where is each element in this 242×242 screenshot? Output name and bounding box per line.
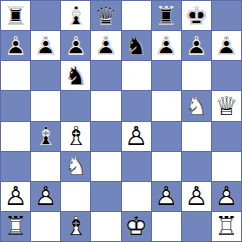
square-h1[interactable]: ♜♖ bbox=[212, 212, 241, 241]
rook-glyph-outline: ♖ bbox=[212, 212, 241, 241]
pawn-glyph-outline: ♙ bbox=[122, 122, 151, 151]
piece-white-knight[interactable]: ♞♘ bbox=[182, 91, 211, 120]
square-b3[interactable] bbox=[31, 152, 60, 181]
square-a6[interactable] bbox=[1, 61, 30, 90]
square-b5[interactable] bbox=[31, 91, 60, 120]
piece-black-bishop[interactable]: ♝♗ bbox=[61, 1, 90, 30]
piece-black-pawn[interactable]: ♟♙ bbox=[152, 31, 181, 60]
square-g5[interactable]: ♞♘ bbox=[182, 91, 211, 120]
pawn-glyph-outline: ♙ bbox=[31, 31, 60, 60]
square-h5[interactable]: ♛♕ bbox=[212, 91, 241, 120]
square-h4[interactable] bbox=[212, 122, 241, 151]
square-e6[interactable] bbox=[122, 61, 151, 90]
square-g3[interactable] bbox=[182, 152, 211, 181]
pawn-glyph-outline: ♙ bbox=[91, 31, 120, 60]
pawn-glyph-outline: ♙ bbox=[182, 182, 211, 211]
square-d4[interactable] bbox=[91, 122, 120, 151]
square-e1[interactable]: ♚♔ bbox=[122, 212, 151, 241]
knight-glyph-outline: ♘ bbox=[61, 152, 90, 181]
square-f2[interactable]: ♟♙ bbox=[152, 182, 181, 211]
piece-black-king[interactable]: ♚♔ bbox=[182, 1, 211, 30]
square-d5[interactable] bbox=[91, 91, 120, 120]
pawn-glyph-outline: ♙ bbox=[182, 31, 211, 60]
square-c5[interactable] bbox=[61, 91, 90, 120]
piece-white-pawn[interactable]: ♟♙ bbox=[182, 182, 211, 211]
square-h3[interactable] bbox=[212, 152, 241, 181]
square-c4[interactable]: ♝♗ bbox=[61, 122, 90, 151]
square-a8[interactable]: ♜♖ bbox=[1, 1, 30, 30]
square-d8[interactable]: ♛♕ bbox=[91, 1, 120, 30]
piece-black-pawn[interactable]: ♟♙ bbox=[1, 31, 30, 60]
square-d3[interactable] bbox=[91, 152, 120, 181]
square-h7[interactable]: ♟♙ bbox=[212, 31, 241, 60]
piece-black-rook[interactable]: ♜♖ bbox=[152, 1, 181, 30]
piece-black-pawn[interactable]: ♟♙ bbox=[182, 31, 211, 60]
square-a4[interactable] bbox=[1, 122, 30, 151]
queen-glyph-outline: ♕ bbox=[212, 91, 241, 120]
piece-white-pawn[interactable]: ♟♙ bbox=[122, 122, 151, 151]
piece-white-bishop[interactable]: ♝♗ bbox=[61, 212, 90, 241]
square-f7[interactable]: ♟♙ bbox=[152, 31, 181, 60]
square-d7[interactable]: ♟♙ bbox=[91, 31, 120, 60]
pawn-glyph-outline: ♙ bbox=[31, 182, 60, 211]
square-c7[interactable]: ♟♙ bbox=[61, 31, 90, 60]
piece-black-pawn[interactable]: ♟♙ bbox=[212, 31, 241, 60]
square-g1[interactable] bbox=[182, 212, 211, 241]
square-c1[interactable]: ♝♗ bbox=[61, 212, 90, 241]
square-f1[interactable] bbox=[152, 212, 181, 241]
pawn-glyph-outline: ♙ bbox=[212, 182, 241, 211]
square-e3[interactable] bbox=[122, 152, 151, 181]
piece-white-bishop[interactable]: ♝♗ bbox=[61, 122, 90, 151]
king-glyph-outline: ♔ bbox=[122, 212, 151, 241]
pawn-glyph-outline: ♙ bbox=[152, 182, 181, 211]
knight-glyph-outline: ♘ bbox=[122, 31, 151, 60]
pawn-glyph-outline: ♙ bbox=[1, 31, 30, 60]
square-g4[interactable] bbox=[182, 122, 211, 151]
square-b2[interactable]: ♟♙ bbox=[31, 182, 60, 211]
square-c2[interactable] bbox=[61, 182, 90, 211]
piece-black-knight[interactable]: ♞♘ bbox=[122, 31, 151, 60]
piece-white-pawn[interactable]: ♟♙ bbox=[212, 182, 241, 211]
square-f8[interactable]: ♜♖ bbox=[152, 1, 181, 30]
knight-glyph-outline: ♘ bbox=[61, 61, 90, 90]
square-a1[interactable]: ♜♖ bbox=[1, 212, 30, 241]
piece-black-pawn[interactable]: ♟♙ bbox=[31, 31, 60, 60]
square-b6[interactable] bbox=[31, 61, 60, 90]
square-f6[interactable] bbox=[152, 61, 181, 90]
pawn-glyph-outline: ♙ bbox=[61, 31, 90, 60]
square-g7[interactable]: ♟♙ bbox=[182, 31, 211, 60]
square-a5[interactable] bbox=[1, 91, 30, 120]
square-g8[interactable]: ♚♔ bbox=[182, 1, 211, 30]
square-b8[interactable] bbox=[31, 1, 60, 30]
piece-white-queen[interactable]: ♛♕ bbox=[212, 91, 241, 120]
chess-board: ♜♖♝♗♛♕♜♖♚♔♟♙♟♙♟♙♟♙♞♘♟♙♟♙♟♙♞♘♞♘♛♕♝♗♝♗♟♙♞♘… bbox=[0, 0, 242, 242]
piece-black-knight[interactable]: ♞♘ bbox=[61, 61, 90, 90]
pawn-glyph-outline: ♙ bbox=[212, 31, 241, 60]
square-d1[interactable] bbox=[91, 212, 120, 241]
piece-white-knight[interactable]: ♞♘ bbox=[61, 152, 90, 181]
square-a2[interactable]: ♟♙ bbox=[1, 182, 30, 211]
square-h2[interactable]: ♟♙ bbox=[212, 182, 241, 211]
square-b7[interactable]: ♟♙ bbox=[31, 31, 60, 60]
piece-white-pawn[interactable]: ♟♙ bbox=[152, 182, 181, 211]
square-d6[interactable] bbox=[91, 61, 120, 90]
rook-glyph-outline: ♖ bbox=[1, 1, 30, 30]
pawn-glyph-outline: ♙ bbox=[152, 31, 181, 60]
square-a3[interactable] bbox=[1, 152, 30, 181]
square-h8[interactable] bbox=[212, 1, 241, 30]
queen-glyph-outline: ♕ bbox=[91, 1, 120, 30]
bishop-glyph-outline: ♗ bbox=[31, 122, 60, 151]
bishop-glyph-outline: ♗ bbox=[61, 212, 90, 241]
square-g6[interactable] bbox=[182, 61, 211, 90]
square-g2[interactable]: ♟♙ bbox=[182, 182, 211, 211]
bishop-glyph-outline: ♗ bbox=[61, 1, 90, 30]
square-a7[interactable]: ♟♙ bbox=[1, 31, 30, 60]
piece-black-bishop[interactable]: ♝♗ bbox=[31, 122, 60, 151]
piece-white-king[interactable]: ♚♔ bbox=[122, 212, 151, 241]
square-e5[interactable] bbox=[122, 91, 151, 120]
piece-white-pawn[interactable]: ♟♙ bbox=[1, 182, 30, 211]
piece-black-pawn[interactable]: ♟♙ bbox=[91, 31, 120, 60]
pawn-glyph-outline: ♙ bbox=[1, 182, 30, 211]
piece-white-rook[interactable]: ♜♖ bbox=[1, 212, 30, 241]
square-d2[interactable] bbox=[91, 182, 120, 211]
square-e2[interactable] bbox=[122, 182, 151, 211]
piece-white-rook[interactable]: ♜♖ bbox=[212, 212, 241, 241]
piece-black-pawn[interactable]: ♟♙ bbox=[61, 31, 90, 60]
square-b1[interactable] bbox=[31, 212, 60, 241]
square-e4[interactable]: ♟♙ bbox=[122, 122, 151, 151]
knight-glyph-outline: ♘ bbox=[182, 91, 211, 120]
rook-glyph-outline: ♖ bbox=[1, 212, 30, 241]
square-f3[interactable] bbox=[152, 152, 181, 181]
piece-white-pawn[interactable]: ♟♙ bbox=[31, 182, 60, 211]
square-f5[interactable] bbox=[152, 91, 181, 120]
square-c6[interactable]: ♞♘ bbox=[61, 61, 90, 90]
king-glyph-outline: ♔ bbox=[182, 1, 211, 30]
square-e8[interactable] bbox=[122, 1, 151, 30]
square-e7[interactable]: ♞♘ bbox=[122, 31, 151, 60]
square-h6[interactable] bbox=[212, 61, 241, 90]
bishop-glyph-outline: ♗ bbox=[61, 122, 90, 151]
piece-black-queen[interactable]: ♛♕ bbox=[91, 1, 120, 30]
square-f4[interactable] bbox=[152, 122, 181, 151]
rook-glyph-outline: ♖ bbox=[152, 1, 181, 30]
piece-black-rook[interactable]: ♜♖ bbox=[1, 1, 30, 30]
square-c3[interactable]: ♞♘ bbox=[61, 152, 90, 181]
square-c8[interactable]: ♝♗ bbox=[61, 1, 90, 30]
square-b4[interactable]: ♝♗ bbox=[31, 122, 60, 151]
